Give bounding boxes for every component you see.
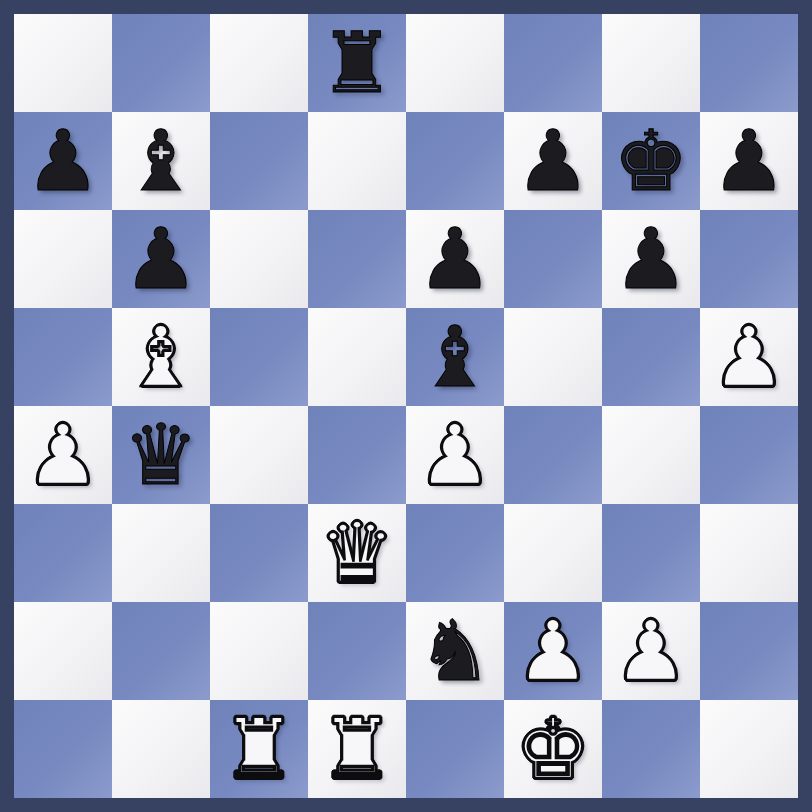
square-b3[interactable]: [112, 504, 210, 602]
piece-white-pawn[interactable]: ♟: [25, 406, 100, 504]
square-b4[interactable]: ♛: [112, 406, 210, 504]
piece-black-pawn[interactable]: ♟: [417, 210, 492, 308]
piece-black-bishop[interactable]: ♝: [417, 308, 492, 406]
square-c2[interactable]: [210, 602, 308, 700]
square-c6[interactable]: [210, 210, 308, 308]
square-c3[interactable]: [210, 504, 308, 602]
square-c7[interactable]: [210, 112, 308, 210]
square-a3[interactable]: [14, 504, 112, 602]
piece-black-rook[interactable]: ♜: [319, 14, 394, 112]
square-e1[interactable]: [406, 700, 504, 798]
square-h8[interactable]: [700, 14, 798, 112]
square-c5[interactable]: [210, 308, 308, 406]
piece-black-bishop[interactable]: ♝: [123, 112, 198, 210]
piece-white-pawn[interactable]: ♟: [613, 602, 688, 700]
square-h2[interactable]: [700, 602, 798, 700]
square-c4[interactable]: [210, 406, 308, 504]
square-d2[interactable]: [308, 602, 406, 700]
piece-white-pawn[interactable]: ♟: [417, 406, 492, 504]
piece-black-pawn[interactable]: ♟: [515, 112, 590, 210]
piece-white-bishop[interactable]: ♝: [123, 308, 198, 406]
square-d6[interactable]: [308, 210, 406, 308]
piece-white-rook[interactable]: ♜: [319, 700, 394, 798]
square-a1[interactable]: [14, 700, 112, 798]
square-c1[interactable]: ♜: [210, 700, 308, 798]
chess-board: ♜♟♝♟♚♟♟♟♟♝♝♟♟♛♟♛♞♟♟♜♜♚: [0, 0, 812, 812]
piece-black-knight[interactable]: ♞: [417, 602, 492, 700]
square-a5[interactable]: [14, 308, 112, 406]
square-a8[interactable]: [14, 14, 112, 112]
square-e3[interactable]: [406, 504, 504, 602]
square-a6[interactable]: [14, 210, 112, 308]
piece-black-pawn[interactable]: ♟: [123, 210, 198, 308]
square-g7[interactable]: ♚: [602, 112, 700, 210]
square-f1[interactable]: ♚: [504, 700, 602, 798]
piece-black-pawn[interactable]: ♟: [613, 210, 688, 308]
square-d5[interactable]: [308, 308, 406, 406]
square-d7[interactable]: [308, 112, 406, 210]
piece-black-pawn[interactable]: ♟: [25, 112, 100, 210]
square-b2[interactable]: [112, 602, 210, 700]
square-e8[interactable]: [406, 14, 504, 112]
square-f3[interactable]: [504, 504, 602, 602]
square-f5[interactable]: [504, 308, 602, 406]
square-a2[interactable]: [14, 602, 112, 700]
square-d8[interactable]: ♜: [308, 14, 406, 112]
square-b8[interactable]: [112, 14, 210, 112]
square-g1[interactable]: [602, 700, 700, 798]
square-d4[interactable]: [308, 406, 406, 504]
square-d1[interactable]: ♜: [308, 700, 406, 798]
square-g6[interactable]: ♟: [602, 210, 700, 308]
square-h7[interactable]: ♟: [700, 112, 798, 210]
piece-white-pawn[interactable]: ♟: [711, 308, 786, 406]
square-g8[interactable]: [602, 14, 700, 112]
square-h3[interactable]: [700, 504, 798, 602]
square-e7[interactable]: [406, 112, 504, 210]
square-b5[interactable]: ♝: [112, 308, 210, 406]
board-grid: ♜♟♝♟♚♟♟♟♟♝♝♟♟♛♟♛♞♟♟♜♜♚: [14, 14, 798, 798]
piece-black-king[interactable]: ♚: [613, 112, 688, 210]
piece-white-pawn[interactable]: ♟: [515, 602, 590, 700]
square-a7[interactable]: ♟: [14, 112, 112, 210]
square-c8[interactable]: [210, 14, 308, 112]
piece-white-rook[interactable]: ♜: [221, 700, 296, 798]
square-a4[interactable]: ♟: [14, 406, 112, 504]
square-e5[interactable]: ♝: [406, 308, 504, 406]
square-g5[interactable]: [602, 308, 700, 406]
square-f2[interactable]: ♟: [504, 602, 602, 700]
square-f8[interactable]: [504, 14, 602, 112]
square-h6[interactable]: [700, 210, 798, 308]
piece-white-queen[interactable]: ♛: [319, 504, 394, 602]
square-h4[interactable]: [700, 406, 798, 504]
square-h1[interactable]: [700, 700, 798, 798]
piece-black-pawn[interactable]: ♟: [711, 112, 786, 210]
square-e2[interactable]: ♞: [406, 602, 504, 700]
square-f6[interactable]: [504, 210, 602, 308]
square-f4[interactable]: [504, 406, 602, 504]
piece-white-king[interactable]: ♚: [515, 700, 590, 798]
square-b1[interactable]: [112, 700, 210, 798]
square-b6[interactable]: ♟: [112, 210, 210, 308]
square-d3[interactable]: ♛: [308, 504, 406, 602]
square-e6[interactable]: ♟: [406, 210, 504, 308]
square-f7[interactable]: ♟: [504, 112, 602, 210]
square-b7[interactable]: ♝: [112, 112, 210, 210]
square-g3[interactable]: [602, 504, 700, 602]
square-g4[interactable]: [602, 406, 700, 504]
square-e4[interactable]: ♟: [406, 406, 504, 504]
piece-black-queen[interactable]: ♛: [123, 406, 198, 504]
square-h5[interactable]: ♟: [700, 308, 798, 406]
square-g2[interactable]: ♟: [602, 602, 700, 700]
